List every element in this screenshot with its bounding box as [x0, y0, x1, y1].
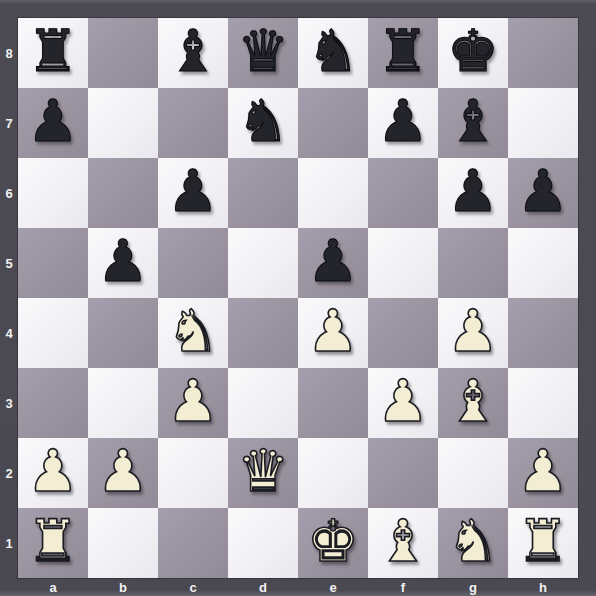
square-h8[interactable] — [508, 18, 578, 88]
square-a2[interactable]: ♟ — [18, 438, 88, 508]
square-c6[interactable]: ♟ — [158, 158, 228, 228]
white-knight-c4[interactable]: ♞ — [167, 296, 219, 366]
black-bishop-c8[interactable]: ♝ — [167, 16, 219, 86]
square-h3[interactable] — [508, 368, 578, 438]
white-pawn-f3[interactable]: ♟ — [377, 366, 429, 436]
square-b1[interactable] — [88, 508, 158, 578]
chessboard-frame: 87654321 ♜♝♛♞♜♚♟♞♟♝♟♟♟♟♟♞♟♟♟♟♝♟♟♛♟♜♚♝♞♜ … — [0, 0, 596, 596]
square-d2[interactable]: ♛ — [228, 438, 298, 508]
square-e2[interactable] — [298, 438, 368, 508]
square-e1[interactable]: ♚ — [298, 508, 368, 578]
square-b5[interactable]: ♟ — [88, 228, 158, 298]
square-e6[interactable] — [298, 158, 368, 228]
square-a1[interactable]: ♜ — [18, 508, 88, 578]
file-label-f: f — [368, 578, 438, 596]
square-d7[interactable]: ♞ — [228, 88, 298, 158]
square-g2[interactable] — [438, 438, 508, 508]
square-c1[interactable] — [158, 508, 228, 578]
square-f2[interactable] — [368, 438, 438, 508]
square-h1[interactable]: ♜ — [508, 508, 578, 578]
square-e5[interactable]: ♟ — [298, 228, 368, 298]
square-f5[interactable] — [368, 228, 438, 298]
square-e3[interactable] — [298, 368, 368, 438]
square-c7[interactable] — [158, 88, 228, 158]
black-pawn-b5[interactable]: ♟ — [97, 226, 149, 296]
square-h2[interactable]: ♟ — [508, 438, 578, 508]
square-d3[interactable] — [228, 368, 298, 438]
rank-label-8: 8 — [0, 18, 18, 88]
white-rook-a1[interactable]: ♜ — [27, 506, 79, 576]
rank-label-5: 5 — [0, 228, 18, 298]
square-f8[interactable]: ♜ — [368, 18, 438, 88]
white-king-e1[interactable]: ♚ — [307, 506, 359, 576]
black-pawn-h6[interactable]: ♟ — [517, 156, 569, 226]
square-h6[interactable]: ♟ — [508, 158, 578, 228]
square-g7[interactable]: ♝ — [438, 88, 508, 158]
square-d5[interactable] — [228, 228, 298, 298]
square-b6[interactable] — [88, 158, 158, 228]
file-label-g: g — [438, 578, 508, 596]
white-queen-d2[interactable]: ♛ — [237, 436, 289, 506]
white-pawn-g4[interactable]: ♟ — [447, 296, 499, 366]
black-pawn-e5[interactable]: ♟ — [307, 226, 359, 296]
rank-label-2: 2 — [0, 438, 18, 508]
black-pawn-f7[interactable]: ♟ — [377, 86, 429, 156]
white-bishop-f1[interactable]: ♝ — [377, 506, 429, 576]
file-label-d: d — [228, 578, 298, 596]
square-g8[interactable]: ♚ — [438, 18, 508, 88]
square-h7[interactable] — [508, 88, 578, 158]
square-f1[interactable]: ♝ — [368, 508, 438, 578]
square-f6[interactable] — [368, 158, 438, 228]
square-g6[interactable]: ♟ — [438, 158, 508, 228]
black-knight-e8[interactable]: ♞ — [307, 16, 359, 86]
file-labels: abcdefgh — [18, 578, 578, 596]
white-pawn-c3[interactable]: ♟ — [167, 366, 219, 436]
square-d8[interactable]: ♛ — [228, 18, 298, 88]
square-d1[interactable] — [228, 508, 298, 578]
file-label-a: a — [18, 578, 88, 596]
rank-label-7: 7 — [0, 88, 18, 158]
chessboard: ♜♝♛♞♜♚♟♞♟♝♟♟♟♟♟♞♟♟♟♟♝♟♟♛♟♜♚♝♞♜ — [18, 18, 578, 578]
square-d6[interactable] — [228, 158, 298, 228]
white-bishop-g3[interactable]: ♝ — [447, 366, 499, 436]
black-pawn-g6[interactable]: ♟ — [447, 156, 499, 226]
square-c3[interactable]: ♟ — [158, 368, 228, 438]
black-king-g8[interactable]: ♚ — [447, 16, 499, 86]
square-a8[interactable]: ♜ — [18, 18, 88, 88]
black-pawn-a7[interactable]: ♟ — [27, 86, 79, 156]
square-b3[interactable] — [88, 368, 158, 438]
rank-labels: 87654321 — [0, 18, 18, 578]
black-pawn-c6[interactable]: ♟ — [167, 156, 219, 226]
square-c5[interactable] — [158, 228, 228, 298]
square-f7[interactable]: ♟ — [368, 88, 438, 158]
square-f4[interactable] — [368, 298, 438, 368]
rank-label-4: 4 — [0, 298, 18, 368]
square-c8[interactable]: ♝ — [158, 18, 228, 88]
square-b4[interactable] — [88, 298, 158, 368]
square-g1[interactable]: ♞ — [438, 508, 508, 578]
square-h4[interactable] — [508, 298, 578, 368]
white-pawn-b2[interactable]: ♟ — [97, 436, 149, 506]
square-h5[interactable] — [508, 228, 578, 298]
black-bishop-g7[interactable]: ♝ — [447, 86, 499, 156]
white-pawn-h2[interactable]: ♟ — [517, 436, 569, 506]
white-pawn-a2[interactable]: ♟ — [27, 436, 79, 506]
white-pawn-e4[interactable]: ♟ — [307, 296, 359, 366]
file-label-b: b — [88, 578, 158, 596]
rank-label-1: 1 — [0, 508, 18, 578]
square-b7[interactable] — [88, 88, 158, 158]
square-c4[interactable]: ♞ — [158, 298, 228, 368]
black-knight-d7[interactable]: ♞ — [237, 86, 289, 156]
file-label-e: e — [298, 578, 368, 596]
white-rook-h1[interactable]: ♜ — [517, 506, 569, 576]
square-g3[interactable]: ♝ — [438, 368, 508, 438]
square-e8[interactable]: ♞ — [298, 18, 368, 88]
square-a7[interactable]: ♟ — [18, 88, 88, 158]
rank-label-3: 3 — [0, 368, 18, 438]
square-e7[interactable] — [298, 88, 368, 158]
rank-label-6: 6 — [0, 158, 18, 228]
square-e4[interactable]: ♟ — [298, 298, 368, 368]
file-label-c: c — [158, 578, 228, 596]
black-rook-f8[interactable]: ♜ — [377, 16, 429, 86]
square-g4[interactable]: ♟ — [438, 298, 508, 368]
file-label-h: h — [508, 578, 578, 596]
square-a3[interactable] — [18, 368, 88, 438]
black-rook-a8[interactable]: ♜ — [27, 16, 79, 86]
square-f3[interactable]: ♟ — [368, 368, 438, 438]
square-c2[interactable] — [158, 438, 228, 508]
black-queen-d8[interactable]: ♛ — [237, 16, 289, 86]
square-a5[interactable] — [18, 228, 88, 298]
square-g5[interactable] — [438, 228, 508, 298]
square-b2[interactable]: ♟ — [88, 438, 158, 508]
white-knight-g1[interactable]: ♞ — [447, 506, 499, 576]
square-a6[interactable] — [18, 158, 88, 228]
square-a4[interactable] — [18, 298, 88, 368]
square-d4[interactable] — [228, 298, 298, 368]
square-b8[interactable] — [88, 18, 158, 88]
